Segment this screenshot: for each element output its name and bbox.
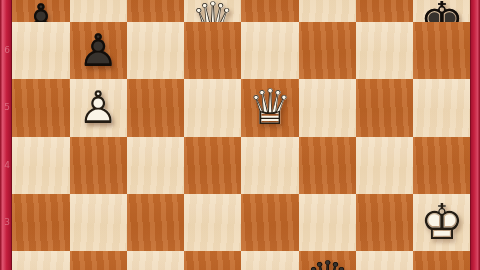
rank-label-4: 4 [2, 161, 12, 170]
square-d7[interactable]: ♛♕ [184, 0, 241, 22]
square-e5[interactable]: ♛♕ [241, 79, 298, 136]
square-g2[interactable] [356, 251, 413, 270]
piece-glyph-outline: ♕ [241, 83, 298, 133]
square-b7[interactable] [70, 0, 127, 22]
white-queen-d7[interactable]: ♛♕ [184, 0, 241, 22]
square-a2[interactable] [12, 251, 69, 270]
square-a5[interactable] [12, 79, 69, 136]
piece-glyph-outline: ♙ [70, 83, 127, 133]
square-b2[interactable] [70, 251, 127, 270]
white-queen-e5[interactable]: ♛♕ [241, 79, 298, 136]
square-b6[interactable]: ♟♙ [70, 22, 127, 79]
piece-glyph-outline: ♔ [413, 0, 470, 22]
white-pawn-b5[interactable]: ♟♙ [70, 79, 127, 136]
black-pawn-a7[interactable]: ♟♙ [12, 0, 69, 22]
square-d3[interactable] [184, 194, 241, 251]
piece-glyph-outline: ♔ [413, 198, 470, 248]
square-f4[interactable] [299, 137, 356, 194]
square-a4[interactable] [12, 137, 69, 194]
square-c7[interactable] [127, 0, 184, 22]
square-a7[interactable]: ♟♙ [12, 0, 69, 22]
square-e4[interactable] [241, 137, 298, 194]
square-g5[interactable] [356, 79, 413, 136]
square-f6[interactable] [299, 22, 356, 79]
square-h5[interactable] [413, 79, 470, 136]
square-c5[interactable] [127, 79, 184, 136]
square-f3[interactable] [299, 194, 356, 251]
rank-label-3: 3 [2, 218, 12, 227]
square-b3[interactable] [70, 194, 127, 251]
square-g3[interactable] [356, 194, 413, 251]
square-f5[interactable] [299, 79, 356, 136]
square-e3[interactable] [241, 194, 298, 251]
black-king-h7[interactable]: ♚♔ [413, 0, 470, 22]
rank-label-6: 6 [2, 46, 12, 55]
chess-board: ♟♙♛♕♚♔♟♙♟♙♛♕♚♔♛♕ [12, 0, 470, 270]
square-f7[interactable] [299, 0, 356, 22]
piece-glyph-outline: ♙ [12, 0, 69, 22]
black-pawn-b6[interactable]: ♟♙ [70, 22, 127, 79]
chess-app-screenshot: ♟♙♛♕♚♔♟♙♟♙♛♕♚♔♛♕ 6543 [0, 0, 480, 270]
rank-label-5: 5 [2, 103, 12, 112]
square-g7[interactable] [356, 0, 413, 22]
square-c2[interactable] [127, 251, 184, 270]
square-d4[interactable] [184, 137, 241, 194]
piece-glyph-outline: ♕ [299, 255, 356, 270]
square-e6[interactable] [241, 22, 298, 79]
square-d5[interactable] [184, 79, 241, 136]
square-h6[interactable] [413, 22, 470, 79]
square-c4[interactable] [127, 137, 184, 194]
black-queen-f2[interactable]: ♛♕ [299, 251, 356, 270]
square-c6[interactable] [127, 22, 184, 79]
white-king-h3[interactable]: ♚♔ [413, 194, 470, 251]
square-b4[interactable] [70, 137, 127, 194]
square-c3[interactable] [127, 194, 184, 251]
piece-glyph-outline: ♕ [184, 0, 241, 22]
square-d6[interactable] [184, 22, 241, 79]
square-f2[interactable]: ♛♕ [299, 251, 356, 270]
square-a6[interactable] [12, 22, 69, 79]
square-g6[interactable] [356, 22, 413, 79]
board-frame-right [470, 0, 480, 270]
square-h3[interactable]: ♚♔ [413, 194, 470, 251]
square-e2[interactable] [241, 251, 298, 270]
board-frame-left [0, 0, 12, 270]
square-h4[interactable] [413, 137, 470, 194]
square-d2[interactable] [184, 251, 241, 270]
square-b5[interactable]: ♟♙ [70, 79, 127, 136]
square-g4[interactable] [356, 137, 413, 194]
piece-glyph-outline: ♙ [70, 26, 127, 76]
square-h7[interactable]: ♚♔ [413, 0, 470, 22]
square-h2[interactable] [413, 251, 470, 270]
square-e7[interactable] [241, 0, 298, 22]
square-a3[interactable] [12, 194, 69, 251]
